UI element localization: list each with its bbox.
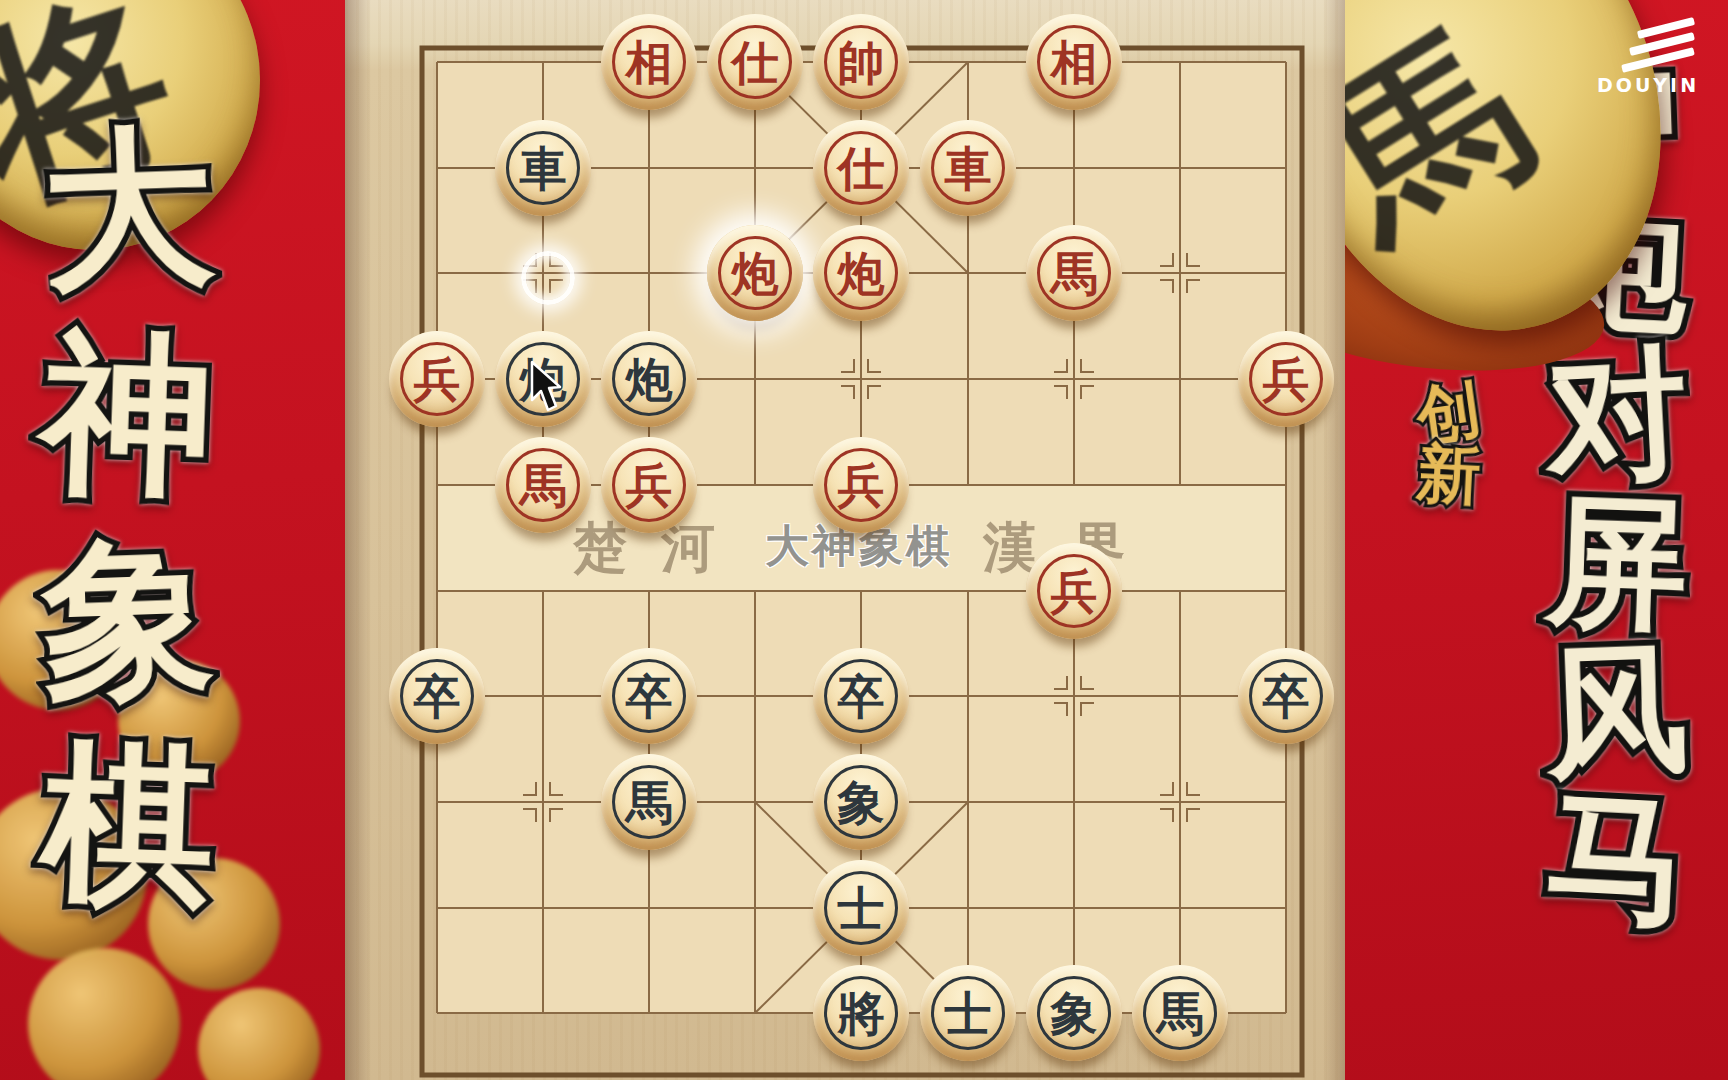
piece-char: 卒: [1263, 673, 1310, 720]
piece-char: 仕: [732, 39, 779, 86]
coin-icon: [28, 948, 180, 1080]
piece-相-red[interactable]: 相: [1026, 14, 1122, 110]
piece-char: 卒: [838, 673, 885, 720]
piece-char: 將: [838, 990, 885, 1037]
left-title-char: 神: [38, 298, 218, 536]
piece-char: 兵: [414, 356, 461, 403]
left-banner: 将 大神象棋: [0, 0, 345, 1080]
piece-char: 相: [626, 39, 673, 86]
last-move-origin-marker: [521, 251, 575, 305]
piece-兵-red[interactable]: 兵: [1026, 543, 1122, 639]
piece-士-black[interactable]: 士: [920, 965, 1016, 1061]
piece-卒-black[interactable]: 卒: [389, 648, 485, 744]
piece-馬-black[interactable]: 馬: [601, 754, 697, 850]
coin-icon: [198, 988, 320, 1080]
piece-車-red[interactable]: 車: [920, 120, 1016, 216]
piece-馬-black[interactable]: 馬: [1132, 965, 1228, 1061]
right-title-char: 马: [1541, 761, 1693, 960]
piece-char: 帥: [838, 39, 885, 86]
piece-炮-red[interactable]: 炮: [707, 225, 803, 321]
piece-char: 相: [1051, 39, 1098, 86]
piece-帥-red[interactable]: 帥: [813, 14, 909, 110]
piece-char: 仕: [838, 145, 885, 192]
piece-char: 馬: [1051, 250, 1098, 297]
piece-char: 馬: [626, 779, 673, 826]
mouse-cursor-icon: [529, 360, 565, 412]
piece-兵-red[interactable]: 兵: [389, 331, 485, 427]
piece-馬-red[interactable]: 馬: [1026, 225, 1122, 321]
piece-char: 士: [838, 885, 885, 932]
piece-馬-red[interactable]: 馬: [495, 437, 591, 533]
piece-char: 兵: [1263, 356, 1310, 403]
piece-char: 馬: [1157, 990, 1204, 1037]
piece-將-black[interactable]: 將: [813, 965, 909, 1061]
piece-char: 兵: [1051, 568, 1098, 615]
piece-車-black[interactable]: 車: [495, 120, 591, 216]
left-title-char: 棋: [38, 708, 218, 946]
piece-char: 象: [838, 779, 885, 826]
douyin-text: DOUYIN: [1597, 74, 1699, 96]
piece-char: 馬: [520, 462, 567, 509]
piece-char: 卒: [414, 673, 461, 720]
piece-char: 車: [520, 145, 567, 192]
piece-炮-red[interactable]: 炮: [813, 225, 909, 321]
left-title-char: 大: [38, 93, 218, 331]
piece-char: 士: [945, 990, 992, 1037]
piece-兵-red[interactable]: 兵: [1238, 331, 1334, 427]
piece-炮-black[interactable]: 炮: [601, 331, 697, 427]
piece-象-black[interactable]: 象: [813, 754, 909, 850]
piece-相-red[interactable]: 相: [601, 14, 697, 110]
piece-char: 兵: [838, 462, 885, 509]
piece-char: 炮: [732, 250, 779, 297]
piece-char: 炮: [838, 250, 885, 297]
screenshot-root: 将 大神象棋 楚河 漢界 大神象棋 相仕帥相仕車炮炮馬兵兵馬兵兵兵車炮炮卒卒卒卒…: [0, 0, 1728, 1080]
piece-char: 卒: [626, 673, 673, 720]
piece-char: 車: [945, 145, 992, 192]
piece-兵-red[interactable]: 兵: [813, 437, 909, 533]
piece-卒-black[interactable]: 卒: [601, 648, 697, 744]
piece-卒-black[interactable]: 卒: [1238, 648, 1334, 744]
piece-char: 兵: [626, 462, 673, 509]
douyin-logo: DOUYIN: [1345, 0, 1728, 110]
xiangqi-board[interactable]: 楚河 漢界 大神象棋 相仕帥相仕車炮炮馬兵兵馬兵兵兵車炮炮卒卒卒卒馬象士將士象馬: [345, 0, 1345, 1080]
piece-兵-red[interactable]: 兵: [601, 437, 697, 533]
piece-char: 象: [1051, 990, 1098, 1037]
piece-象-black[interactable]: 象: [1026, 965, 1122, 1061]
piece-char: 炮: [626, 356, 673, 403]
right-subtitle2-char: 新: [1415, 430, 1483, 520]
right-banner: 馬 象棋大师 创新 中炮对屏风马 DOUYIN: [1345, 0, 1728, 1080]
piece-仕-red[interactable]: 仕: [707, 14, 803, 110]
left-title-char: 象: [38, 503, 218, 741]
piece-士-black[interactable]: 士: [813, 860, 909, 956]
piece-仕-red[interactable]: 仕: [813, 120, 909, 216]
piece-卒-black[interactable]: 卒: [813, 648, 909, 744]
